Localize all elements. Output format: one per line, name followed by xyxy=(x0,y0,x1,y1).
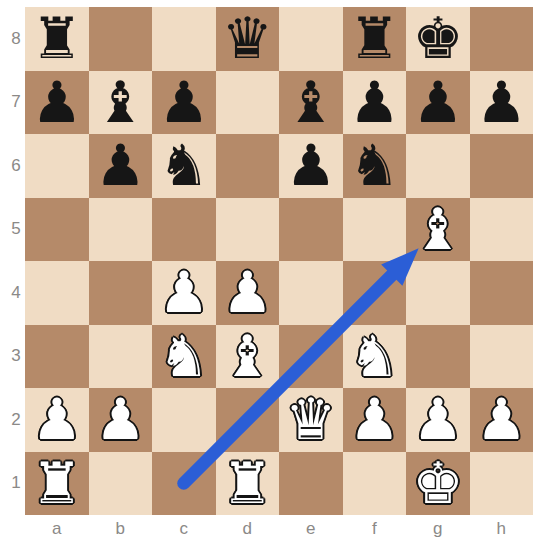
black-pawn-h7[interactable]: ♟ xyxy=(470,71,534,135)
white-pawn-c4[interactable]: ♟ xyxy=(152,261,216,325)
white-pawn-b2[interactable]: ♟ xyxy=(89,388,153,452)
square-g3[interactable] xyxy=(406,325,470,389)
square-h5[interactable] xyxy=(470,198,534,262)
square-c1[interactable] xyxy=(152,452,216,516)
square-f3[interactable]: ♞ xyxy=(343,325,407,389)
square-e7[interactable]: ♝ xyxy=(279,71,343,135)
black-pawn-b6[interactable]: ♟ xyxy=(89,134,153,198)
square-f6[interactable]: ♞ xyxy=(343,134,407,198)
rank-label-8: 8 xyxy=(0,7,25,71)
square-a2[interactable]: ♟ xyxy=(25,388,89,452)
square-d6[interactable] xyxy=(216,134,280,198)
square-c3[interactable]: ♞ xyxy=(152,325,216,389)
white-bishop-d3[interactable]: ♝ xyxy=(216,325,280,389)
white-rook-d1[interactable]: ♜ xyxy=(216,452,280,516)
white-rook-a1[interactable]: ♜ xyxy=(25,452,89,516)
black-knight-f6[interactable]: ♞ xyxy=(343,134,407,198)
black-knight-c6[interactable]: ♞ xyxy=(152,134,216,198)
file-labels: abcdefgh xyxy=(25,515,533,542)
square-e6[interactable]: ♟ xyxy=(279,134,343,198)
square-d2[interactable] xyxy=(216,388,280,452)
black-queen-d8[interactable]: ♛ xyxy=(216,7,280,71)
square-g4[interactable] xyxy=(406,261,470,325)
black-bishop-e7[interactable]: ♝ xyxy=(279,71,343,135)
square-h8[interactable] xyxy=(470,7,534,71)
black-rook-f8[interactable]: ♜ xyxy=(343,7,407,71)
black-bishop-b7[interactable]: ♝ xyxy=(89,71,153,135)
square-g1[interactable]: ♚ xyxy=(406,452,470,516)
square-a3[interactable] xyxy=(25,325,89,389)
black-pawn-c7[interactable]: ♟ xyxy=(152,71,216,135)
white-queen-e2[interactable]: ♛ xyxy=(279,388,343,452)
rank-labels: 87654321 xyxy=(0,7,25,515)
black-pawn-a7[interactable]: ♟ xyxy=(25,71,89,135)
rank-label-7: 7 xyxy=(0,71,25,135)
square-f5[interactable] xyxy=(343,198,407,262)
white-pawn-d4[interactable]: ♟ xyxy=(216,261,280,325)
square-h1[interactable] xyxy=(470,452,534,516)
file-label-e: e xyxy=(279,515,343,542)
square-f2[interactable]: ♟ xyxy=(343,388,407,452)
square-e3[interactable] xyxy=(279,325,343,389)
square-h3[interactable] xyxy=(470,325,534,389)
square-a4[interactable] xyxy=(25,261,89,325)
white-pawn-g2[interactable]: ♟ xyxy=(406,388,470,452)
file-label-d: d xyxy=(216,515,280,542)
square-d3[interactable]: ♝ xyxy=(216,325,280,389)
square-c4[interactable]: ♟ xyxy=(152,261,216,325)
square-g5[interactable]: ♝ xyxy=(406,198,470,262)
white-knight-c3[interactable]: ♞ xyxy=(152,325,216,389)
square-d5[interactable] xyxy=(216,198,280,262)
file-label-f: f xyxy=(343,515,407,542)
square-b3[interactable] xyxy=(89,325,153,389)
square-d8[interactable]: ♛ xyxy=(216,7,280,71)
square-b8[interactable] xyxy=(89,7,153,71)
square-a1[interactable]: ♜ xyxy=(25,452,89,516)
square-h7[interactable]: ♟ xyxy=(470,71,534,135)
file-label-h: h xyxy=(470,515,534,542)
square-f1[interactable] xyxy=(343,452,407,516)
square-b6[interactable]: ♟ xyxy=(89,134,153,198)
square-e2[interactable]: ♛ xyxy=(279,388,343,452)
black-pawn-g7[interactable]: ♟ xyxy=(406,71,470,135)
square-h4[interactable] xyxy=(470,261,534,325)
square-b1[interactable] xyxy=(89,452,153,516)
square-h6[interactable] xyxy=(470,134,534,198)
rank-label-5: 5 xyxy=(0,198,25,262)
square-b2[interactable]: ♟ xyxy=(89,388,153,452)
square-c2[interactable] xyxy=(152,388,216,452)
square-d7[interactable] xyxy=(216,71,280,135)
rank-label-6: 6 xyxy=(0,134,25,198)
square-b4[interactable] xyxy=(89,261,153,325)
chess-board-panel: 87654321 ♜♛♜♚♟♝♟♝♟♟♟♟♞♟♞♝♟♟♞♝♞♟♟♛♟♟♟♜♜♚ … xyxy=(0,0,552,542)
square-f8[interactable]: ♜ xyxy=(343,7,407,71)
square-g7[interactable]: ♟ xyxy=(406,71,470,135)
square-g8[interactable]: ♚ xyxy=(406,7,470,71)
square-a7[interactable]: ♟ xyxy=(25,71,89,135)
file-label-c: c xyxy=(152,515,216,542)
square-a8[interactable]: ♜ xyxy=(25,7,89,71)
white-bishop-g5[interactable]: ♝ xyxy=(406,198,470,262)
square-c5[interactable] xyxy=(152,198,216,262)
square-e8[interactable] xyxy=(279,7,343,71)
square-f4[interactable] xyxy=(343,261,407,325)
square-b7[interactable]: ♝ xyxy=(89,71,153,135)
rank-label-3: 3 xyxy=(0,325,25,389)
square-b5[interactable] xyxy=(89,198,153,262)
black-king-g8[interactable]: ♚ xyxy=(406,7,470,71)
rank-label-1: 1 xyxy=(0,452,25,516)
square-f7[interactable]: ♟ xyxy=(343,71,407,135)
white-pawn-a2[interactable]: ♟ xyxy=(25,388,89,452)
square-d4[interactable]: ♟ xyxy=(216,261,280,325)
square-g6[interactable] xyxy=(406,134,470,198)
black-pawn-e6[interactable]: ♟ xyxy=(279,134,343,198)
white-pawn-h2[interactable]: ♟ xyxy=(470,388,534,452)
square-a5[interactable] xyxy=(25,198,89,262)
file-label-g: g xyxy=(406,515,470,542)
black-rook-a8[interactable]: ♜ xyxy=(25,7,89,71)
white-king-g1[interactable]: ♚ xyxy=(406,452,470,516)
square-g2[interactable]: ♟ xyxy=(406,388,470,452)
square-e5[interactable] xyxy=(279,198,343,262)
white-knight-f3[interactable]: ♞ xyxy=(343,325,407,389)
square-c6[interactable]: ♞ xyxy=(152,134,216,198)
rank-label-2: 2 xyxy=(0,388,25,452)
square-c8[interactable] xyxy=(152,7,216,71)
square-e4[interactable] xyxy=(279,261,343,325)
white-pawn-f2[interactable]: ♟ xyxy=(343,388,407,452)
square-h2[interactable]: ♟ xyxy=(470,388,534,452)
black-pawn-f7[interactable]: ♟ xyxy=(343,71,407,135)
rank-label-4: 4 xyxy=(0,261,25,325)
file-label-a: a xyxy=(25,515,89,542)
square-d1[interactable]: ♜ xyxy=(216,452,280,516)
square-e1[interactable] xyxy=(279,452,343,516)
chess-board[interactable]: ♜♛♜♚♟♝♟♝♟♟♟♟♞♟♞♝♟♟♞♝♞♟♟♛♟♟♟♜♜♚ xyxy=(25,7,533,515)
file-label-b: b xyxy=(89,515,153,542)
square-a6[interactable] xyxy=(25,134,89,198)
square-c7[interactable]: ♟ xyxy=(152,71,216,135)
